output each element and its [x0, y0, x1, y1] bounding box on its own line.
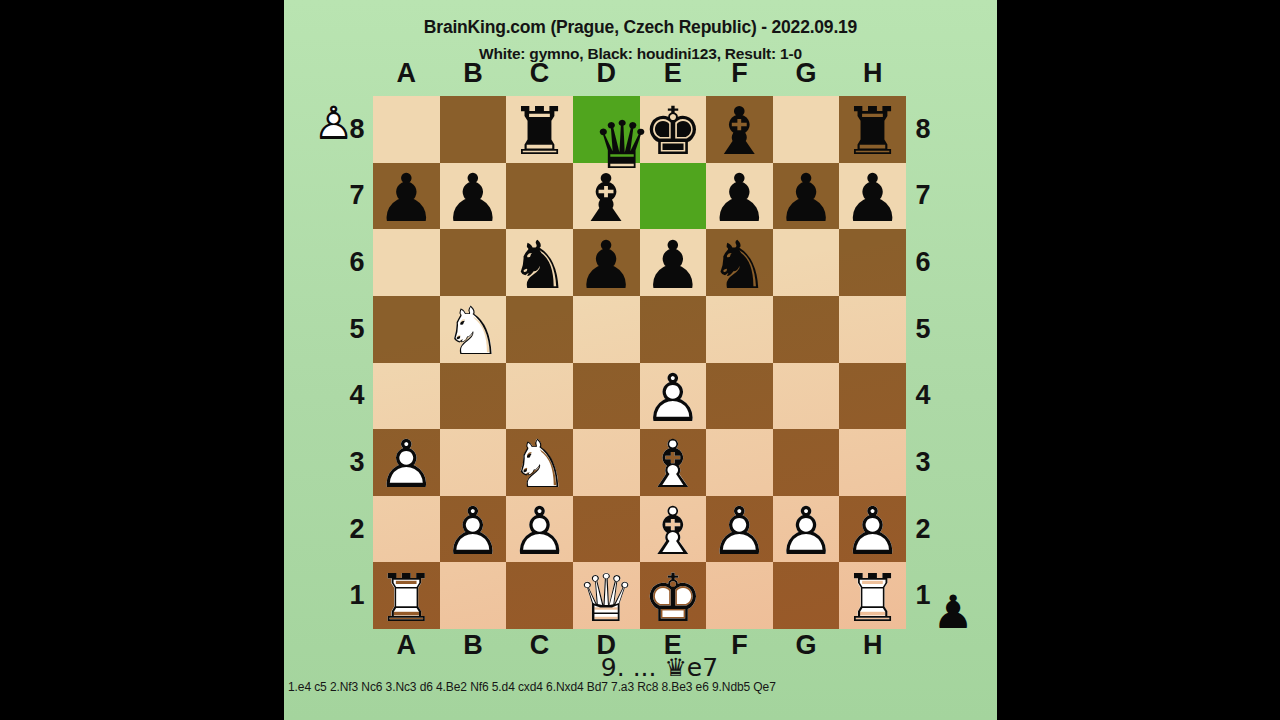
piece-black-pawn: ♟ [773, 163, 840, 230]
white-piece-outline: ♗ [643, 499, 702, 565]
piece-black-knight: ♞ [706, 229, 773, 296]
piece-white-knight: ♞♘ [506, 429, 573, 496]
piece-black-bishop: ♝ [573, 163, 640, 230]
square-b6[interactable] [440, 229, 507, 296]
rank-label-4: 4 [910, 363, 936, 430]
white-pawn-icon-outline: ♙ [313, 100, 333, 123]
square-a4[interactable] [373, 363, 440, 430]
black-piece-glyph: ♟ [577, 232, 636, 298]
square-b8[interactable] [440, 96, 507, 163]
white-piece-outline: ♙ [377, 432, 436, 498]
square-a3[interactable]: ♟♙ [373, 429, 440, 496]
black-piece-glyph: ♟ [443, 166, 502, 232]
piece-white-bishop: ♝♗ [640, 429, 707, 496]
square-c3[interactable]: ♞♘ [506, 429, 573, 496]
square-c4[interactable] [506, 363, 573, 430]
rank-label-5: 5 [910, 296, 936, 363]
square-g2[interactable]: ♟♙ [773, 496, 840, 563]
piece-black-pawn: ♟ [373, 163, 440, 230]
piece-white-queen: ♛♕ [573, 562, 640, 629]
square-a1[interactable]: ♜♖ [373, 562, 440, 629]
piece-black-rook: ♜ [839, 96, 906, 163]
square-b4[interactable] [440, 363, 507, 430]
file-label-d: D [573, 58, 640, 89]
rank-label-4: 4 [344, 363, 370, 430]
square-f6[interactable]: ♞ [706, 229, 773, 296]
piece-black-bishop: ♝ [706, 96, 773, 163]
white-piece-outline: ♙ [776, 499, 835, 565]
square-b3[interactable] [440, 429, 507, 496]
black-piece-glyph: ♝ [710, 99, 769, 165]
rank-label-3: 3 [910, 429, 936, 496]
square-e1[interactable]: ♚♔ [640, 562, 707, 629]
square-g4[interactable] [773, 363, 840, 430]
white-piece-outline: ♔ [643, 565, 702, 631]
file-labels-top: ABCDEFGH [373, 58, 906, 88]
square-f4[interactable] [706, 363, 773, 430]
black-pawn-icon-glyph: ♟ [932, 589, 973, 635]
square-d2[interactable] [573, 496, 640, 563]
piece-white-king: ♚♔ [640, 562, 707, 629]
piece-black-pawn: ♟ [573, 229, 640, 296]
file-label-f: F [706, 58, 773, 89]
rank-label-8: 8 [910, 96, 936, 163]
square-g1[interactable] [773, 562, 840, 629]
square-f7[interactable]: ♟ [706, 163, 773, 230]
rank-label-3: 3 [344, 429, 370, 496]
piece-black-knight: ♞ [506, 229, 573, 296]
white-piece-outline: ♙ [510, 499, 569, 565]
rank-labels-right: 87654321 [910, 96, 936, 629]
page-title: BrainKing.com (Prague, Czech Republic) -… [284, 17, 997, 38]
square-c2[interactable]: ♟♙ [506, 496, 573, 563]
square-f3[interactable] [706, 429, 773, 496]
square-a8[interactable] [373, 96, 440, 163]
file-label-h: H [839, 58, 906, 89]
piece-black-rook: ♜ [506, 96, 573, 163]
square-c8[interactable]: ♜ [506, 96, 573, 163]
white-piece-outline: ♗ [643, 432, 702, 498]
piece-black-king: ♚ [640, 96, 707, 163]
square-e8[interactable]: ♚ [640, 96, 707, 163]
chess-board: ♜♛♚♝♜♟♟♝♟♟♟♞♟♟♞♞♘♟♙♟♙♞♘♝♗♟♙♟♙♝♗♟♙♟♙♟♙♜♖♛… [373, 96, 906, 629]
square-a5[interactable] [373, 296, 440, 363]
square-b7[interactable]: ♟ [440, 163, 507, 230]
rank-label-2: 2 [910, 496, 936, 563]
square-g6[interactable] [773, 229, 840, 296]
square-f5[interactable] [706, 296, 773, 363]
file-label-e: E [640, 58, 707, 89]
piece-black-pawn: ♟ [640, 229, 707, 296]
square-g5[interactable] [773, 296, 840, 363]
square-h4[interactable] [839, 363, 906, 430]
piece-white-pawn: ♟♙ [773, 496, 840, 563]
piece-white-pawn: ♟♙ [839, 496, 906, 563]
piece-white-rook: ♜♖ [839, 562, 906, 629]
square-g3[interactable] [773, 429, 840, 496]
square-d8[interactable]: ♛ [573, 96, 640, 163]
piece-black-pawn: ♟ [839, 163, 906, 230]
rank-label-7: 7 [344, 163, 370, 230]
rank-label-6: 6 [344, 229, 370, 296]
piece-white-pawn: ♟♙ [706, 496, 773, 563]
black-piece-glyph: ♟ [843, 166, 902, 232]
square-h5[interactable] [839, 296, 906, 363]
move-list: 1.e4 c5 2.Nf3 Nc6 3.Nc3 d6 4.Be2 Nf6 5.d… [288, 680, 988, 694]
rank-label-1: 1 [344, 562, 370, 629]
black-piece-glyph: ♟ [377, 166, 436, 232]
white-piece-outline: ♖ [843, 565, 902, 631]
piece-white-knight: ♞♘ [440, 296, 507, 363]
square-f1[interactable] [706, 562, 773, 629]
square-h6[interactable] [839, 229, 906, 296]
square-g8[interactable] [773, 96, 840, 163]
square-f2[interactable]: ♟♙ [706, 496, 773, 563]
video-frame: BrainKing.com (Prague, Czech Republic) -… [0, 0, 1280, 720]
square-e6[interactable]: ♟ [640, 229, 707, 296]
square-e5[interactable] [640, 296, 707, 363]
square-c5[interactable] [506, 296, 573, 363]
square-b1[interactable] [440, 562, 507, 629]
file-label-g: G [773, 58, 840, 89]
rank-label-2: 2 [344, 496, 370, 563]
square-d1[interactable]: ♛♕ [573, 562, 640, 629]
black-piece-glyph: ♜ [510, 99, 569, 165]
black-piece-glyph: ♞ [510, 232, 569, 298]
square-a7[interactable]: ♟ [373, 163, 440, 230]
black-piece-glyph: ♞ [710, 232, 769, 298]
square-d7[interactable]: ♝ [573, 163, 640, 230]
piece-black-pawn: ♟ [440, 163, 507, 230]
white-piece-outline: ♙ [443, 499, 502, 565]
square-h2[interactable]: ♟♙ [839, 496, 906, 563]
square-b5[interactable]: ♞♘ [440, 296, 507, 363]
rank-labels-left: 87654321 [344, 96, 370, 629]
white-piece-outline: ♙ [710, 499, 769, 565]
black-piece-glyph: ♜ [843, 99, 902, 165]
square-e4[interactable]: ♟♙ [640, 363, 707, 430]
rank-label-5: 5 [344, 296, 370, 363]
square-a2[interactable] [373, 496, 440, 563]
square-h1[interactable]: ♜♖ [839, 562, 906, 629]
rank-label-6: 6 [910, 229, 936, 296]
square-h3[interactable] [839, 429, 906, 496]
piece-black-pawn: ♟ [706, 163, 773, 230]
black-piece-glyph: ♟ [776, 166, 835, 232]
square-d5[interactable] [573, 296, 640, 363]
square-e2[interactable]: ♝♗ [640, 496, 707, 563]
white-piece-outline: ♘ [443, 299, 502, 365]
square-c1[interactable] [506, 562, 573, 629]
piece-white-pawn: ♟♙ [640, 363, 707, 430]
white-piece-outline: ♘ [510, 432, 569, 498]
white-piece-outline: ♖ [377, 565, 436, 631]
rank-label-7: 7 [910, 163, 936, 230]
rank-label-1: 1 [910, 562, 936, 629]
black-piece-glyph: ♟ [710, 166, 769, 232]
white-piece-outline: ♕ [577, 565, 636, 631]
square-e3[interactable]: ♝♗ [640, 429, 707, 496]
piece-white-pawn: ♟♙ [506, 496, 573, 563]
square-c6[interactable]: ♞ [506, 229, 573, 296]
square-h7[interactable]: ♟ [839, 163, 906, 230]
black-piece-glyph: ♟ [643, 232, 702, 298]
piece-white-rook: ♜♖ [373, 562, 440, 629]
square-a6[interactable] [373, 229, 440, 296]
black-pawn-icon: ♟ [933, 589, 973, 635]
file-label-a: A [373, 58, 440, 89]
file-label-b: B [440, 58, 507, 89]
square-d6[interactable]: ♟ [573, 229, 640, 296]
white-piece-outline: ♙ [643, 365, 702, 431]
white-pawn-icon: ♟ ♙ [303, 88, 343, 134]
square-d3[interactable] [573, 429, 640, 496]
black-piece-glyph: ♝ [577, 166, 636, 232]
file-label-c: C [506, 58, 573, 89]
piece-white-bishop: ♝♗ [640, 496, 707, 563]
square-c7[interactable] [506, 163, 573, 230]
piece-white-pawn: ♟♙ [373, 429, 440, 496]
last-move-annotation: 9. ... ♛e7 [373, 653, 906, 682]
square-b2[interactable]: ♟♙ [440, 496, 507, 563]
square-g7[interactable]: ♟ [773, 163, 840, 230]
square-d4[interactable] [573, 363, 640, 430]
square-h8[interactable]: ♜ [839, 96, 906, 163]
piece-white-pawn: ♟♙ [440, 496, 507, 563]
black-piece-glyph: ♚ [643, 99, 702, 165]
white-piece-outline: ♙ [843, 499, 902, 565]
square-f8[interactable]: ♝ [706, 96, 773, 163]
